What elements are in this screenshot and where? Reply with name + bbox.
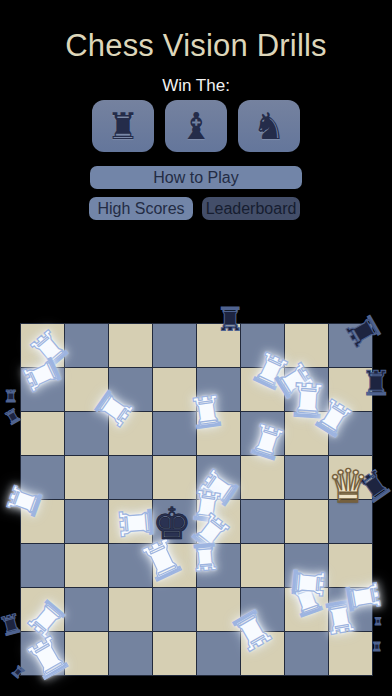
board-square xyxy=(197,412,240,455)
board-square xyxy=(153,456,196,499)
board-square xyxy=(329,412,372,455)
bishop-icon: ♝ xyxy=(179,108,212,145)
board-square xyxy=(197,324,240,367)
board-square xyxy=(197,544,240,587)
board-square xyxy=(65,500,108,543)
board-square xyxy=(329,456,372,499)
board-square xyxy=(153,412,196,455)
board-square xyxy=(285,500,328,543)
win-the-label: Win The: xyxy=(0,76,392,96)
board-square xyxy=(241,544,284,587)
board-square xyxy=(65,324,108,367)
board-square xyxy=(329,632,372,675)
board-square xyxy=(285,412,328,455)
chess-board xyxy=(20,323,373,676)
board-square xyxy=(21,368,64,411)
board-square xyxy=(21,500,64,543)
rook-drill-button[interactable]: ♜ xyxy=(92,100,154,152)
board-square xyxy=(329,500,372,543)
rook-icon: ♜ xyxy=(106,108,139,145)
board-square xyxy=(109,500,152,543)
knight-icon: ♞ xyxy=(252,108,285,145)
board-square xyxy=(109,412,152,455)
app-screen: Chess Vision Drills Win The: ♜ ♝ ♞ How t… xyxy=(0,0,392,696)
board-square xyxy=(329,588,372,631)
board-square xyxy=(109,588,152,631)
board-square xyxy=(21,324,64,367)
board-square xyxy=(65,632,108,675)
board-square xyxy=(21,456,64,499)
board-square xyxy=(153,500,196,543)
board-square xyxy=(285,544,328,587)
board-square xyxy=(153,368,196,411)
board-square xyxy=(197,500,240,543)
board-square xyxy=(21,544,64,587)
board-square xyxy=(241,324,284,367)
margin-dark-rook-piece: ♜ xyxy=(4,389,18,405)
board-square xyxy=(109,632,152,675)
board-square xyxy=(153,544,196,587)
board-square xyxy=(65,412,108,455)
board-square xyxy=(109,544,152,587)
board-square xyxy=(285,588,328,631)
board-square xyxy=(241,632,284,675)
board-square xyxy=(65,544,108,587)
board-square xyxy=(285,368,328,411)
page-title: Chess Vision Drills xyxy=(0,28,392,64)
board-square xyxy=(21,632,64,675)
board-square xyxy=(241,456,284,499)
margin-dark-rook-piece: ♜ xyxy=(374,617,383,627)
drill-button-row: ♜ ♝ ♞ xyxy=(92,100,300,152)
board-square xyxy=(241,588,284,631)
board-square xyxy=(197,368,240,411)
board-square xyxy=(285,456,328,499)
board-square xyxy=(153,588,196,631)
board-square xyxy=(21,588,64,631)
leaderboard-button[interactable]: Leaderboard xyxy=(202,197,300,220)
board-square xyxy=(109,456,152,499)
board-square xyxy=(285,324,328,367)
board-square xyxy=(241,500,284,543)
how-to-play-button[interactable]: How to Play xyxy=(90,166,302,189)
board-square xyxy=(285,632,328,675)
board-square xyxy=(65,368,108,411)
board-square xyxy=(153,632,196,675)
knight-drill-button[interactable]: ♞ xyxy=(238,100,300,152)
board-square xyxy=(329,324,372,367)
board-square xyxy=(197,632,240,675)
margin-dark-rook-piece: ♜ xyxy=(372,641,383,653)
board-square xyxy=(329,544,372,587)
high-scores-button[interactable]: High Scores xyxy=(89,197,193,220)
board-square xyxy=(21,412,64,455)
board-square xyxy=(329,368,372,411)
board-square xyxy=(197,456,240,499)
bishop-drill-button[interactable]: ♝ xyxy=(165,100,227,152)
board-square xyxy=(65,588,108,631)
board-square xyxy=(153,324,196,367)
board-square xyxy=(65,456,108,499)
board-square xyxy=(241,412,284,455)
board-square xyxy=(109,368,152,411)
board-square xyxy=(109,324,152,367)
board-square xyxy=(241,368,284,411)
board-square xyxy=(197,588,240,631)
